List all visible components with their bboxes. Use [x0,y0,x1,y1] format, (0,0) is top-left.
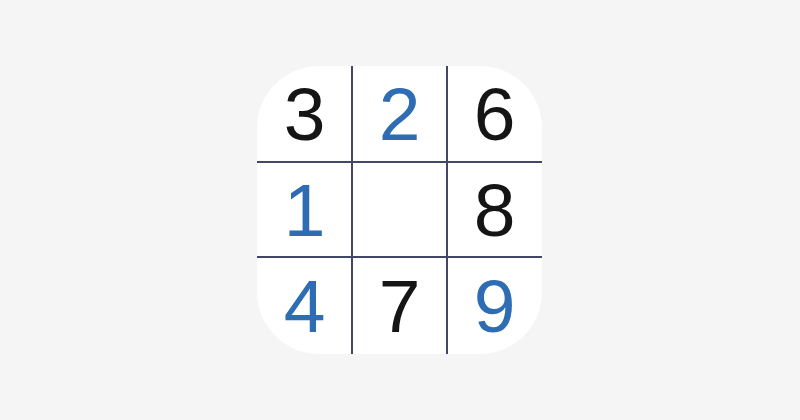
cell-digit: 6 [474,77,516,152]
sudoku-cell-r1c2[interactable]: 2 [352,66,447,162]
cell-digit: 1 [284,173,326,248]
sudoku-cell-r1c3[interactable]: 6 [447,66,542,162]
cell-digit: 9 [474,269,516,344]
app-icon-backdrop: 3 2 6 1 8 4 7 9 [0,0,800,420]
cell-digit: 7 [379,269,421,344]
sudoku-cell-r3c2[interactable]: 7 [352,258,447,354]
sudoku-cell-r3c1[interactable]: 4 [257,258,352,354]
cell-digit: 4 [284,269,326,344]
sudoku-cell-r2c1[interactable]: 1 [257,162,352,258]
sudoku-cell-r2c2[interactable] [352,162,447,258]
sudoku-app-icon[interactable]: 3 2 6 1 8 4 7 9 [257,66,542,354]
sudoku-cell-r1c1[interactable]: 3 [257,66,352,162]
cell-digit: 2 [379,77,421,152]
sudoku-grid: 3 2 6 1 8 4 7 9 [257,66,542,354]
sudoku-cell-r2c3[interactable]: 8 [447,162,542,258]
cell-digit: 8 [474,173,516,248]
cell-digit: 3 [284,77,326,152]
sudoku-cell-r3c3[interactable]: 9 [447,258,542,354]
